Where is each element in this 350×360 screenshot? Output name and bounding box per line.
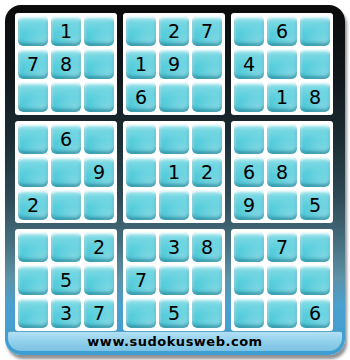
cell-r2c9[interactable] [300,49,330,79]
cell-r1c4[interactable] [126,16,156,46]
box-1-2: 6895 [231,121,333,223]
cell-r3c6[interactable] [192,82,222,112]
box-0-2: 6418 [231,13,333,115]
cell-r6c2[interactable] [51,190,81,220]
sudoku-board: 1782719664186921268952537387576 [15,13,333,331]
cell-r8c9[interactable] [300,265,330,295]
cell-r3c7[interactable] [234,82,264,112]
box-1-1: 12 [123,121,225,223]
box-2-2: 76 [231,229,333,331]
cell-r6c9: 5 [300,190,330,220]
cell-r8c3[interactable] [84,265,114,295]
cell-r2c1: 7 [18,49,48,79]
cell-r4c5[interactable] [159,124,189,154]
box-2-1: 3875 [123,229,225,331]
cell-r4c7[interactable] [234,124,264,154]
cell-r7c3: 2 [84,232,114,262]
cell-r6c5[interactable] [159,190,189,220]
cell-r3c8: 1 [267,82,297,112]
cell-r5c5: 1 [159,157,189,187]
cell-r7c5: 3 [159,232,189,262]
cell-r5c9[interactable] [300,157,330,187]
cell-r9c5: 5 [159,298,189,328]
cell-r1c2: 1 [51,16,81,46]
cell-r5c7: 6 [234,157,264,187]
cell-r9c4[interactable] [126,298,156,328]
box-1-0: 692 [15,121,117,223]
cell-r6c4[interactable] [126,190,156,220]
cell-r2c6[interactable] [192,49,222,79]
cell-r9c8[interactable] [267,298,297,328]
cell-r1c1[interactable] [18,16,48,46]
box-0-1: 27196 [123,13,225,115]
cell-r5c3: 9 [84,157,114,187]
cell-r3c1[interactable] [18,82,48,112]
cell-r4c3[interactable] [84,124,114,154]
cell-r4c1[interactable] [18,124,48,154]
cell-r3c3[interactable] [84,82,114,112]
cell-r6c7: 9 [234,190,264,220]
cell-r7c7[interactable] [234,232,264,262]
cell-r2c8[interactable] [267,49,297,79]
cell-r6c1: 2 [18,190,48,220]
cell-r9c6[interactable] [192,298,222,328]
cell-r4c6[interactable] [192,124,222,154]
puzzle-frame: 1782719664186921268952537387576 www.sudo… [5,5,345,355]
cell-r3c5[interactable] [159,82,189,112]
cell-r3c4: 6 [126,82,156,112]
box-2-0: 2537 [15,229,117,331]
cell-r1c6: 7 [192,16,222,46]
cell-r3c2[interactable] [51,82,81,112]
cell-r8c5[interactable] [159,265,189,295]
cell-r5c1[interactable] [18,157,48,187]
cell-r9c2: 3 [51,298,81,328]
cell-r8c2: 5 [51,265,81,295]
cell-r6c6[interactable] [192,190,222,220]
cell-r8c1[interactable] [18,265,48,295]
cell-r2c7: 4 [234,49,264,79]
cell-r1c9[interactable] [300,16,330,46]
cell-r5c4[interactable] [126,157,156,187]
cell-r8c6[interactable] [192,265,222,295]
cell-r3c9: 8 [300,82,330,112]
cell-r5c8: 8 [267,157,297,187]
cell-r1c8: 6 [267,16,297,46]
cell-r7c6: 8 [192,232,222,262]
cell-r2c4: 1 [126,49,156,79]
cell-r8c8[interactable] [267,265,297,295]
cell-r9c7[interactable] [234,298,264,328]
cell-r7c2[interactable] [51,232,81,262]
cell-r1c3[interactable] [84,16,114,46]
cell-r2c5: 9 [159,49,189,79]
site-url: www.sudokusweb.com [87,334,262,349]
cell-r2c2: 8 [51,49,81,79]
cell-r5c6: 2 [192,157,222,187]
cell-r9c3: 7 [84,298,114,328]
cell-r7c8: 7 [267,232,297,262]
cell-r8c4: 7 [126,265,156,295]
cell-r7c9[interactable] [300,232,330,262]
cell-r6c3[interactable] [84,190,114,220]
cell-r4c4[interactable] [126,124,156,154]
footer-bar: www.sudokusweb.com [8,331,342,351]
cell-r7c4[interactable] [126,232,156,262]
cell-r4c8[interactable] [267,124,297,154]
cell-r9c1[interactable] [18,298,48,328]
box-0-0: 178 [15,13,117,115]
cell-r1c7[interactable] [234,16,264,46]
cell-r2c3[interactable] [84,49,114,79]
cell-r4c9[interactable] [300,124,330,154]
cell-r7c1[interactable] [18,232,48,262]
cell-r9c9: 6 [300,298,330,328]
cell-r6c8[interactable] [267,190,297,220]
cell-r5c2[interactable] [51,157,81,187]
cell-r8c7[interactable] [234,265,264,295]
cell-r4c2: 6 [51,124,81,154]
cell-r1c5: 2 [159,16,189,46]
